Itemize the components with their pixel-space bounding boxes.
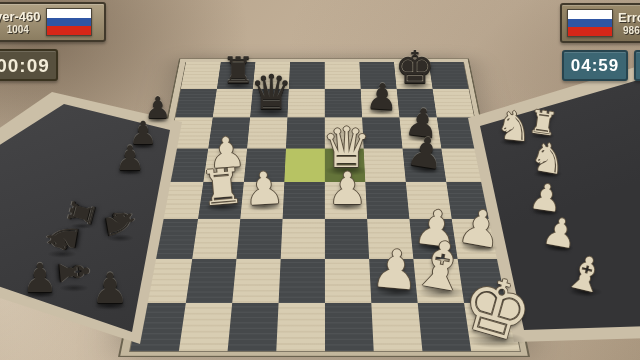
player-panel-white: yer-460 1004	[0, 2, 106, 42]
captured-black-pawn[interactable]: ♟	[113, 141, 147, 175]
player-panel-black: Erro 986	[560, 3, 640, 43]
russia-flag-icon	[46, 8, 92, 36]
piece-black-pawn-g5[interactable]: ♟	[402, 130, 449, 177]
white-player-name: yer-460	[0, 9, 41, 24]
piece-white-pawn-e4[interactable]: ♟	[325, 167, 369, 211]
white-player-rating: 1004	[7, 24, 29, 35]
piece-black-queen-c7[interactable]: ♛	[247, 68, 295, 116]
black-player-rating: 986	[623, 25, 640, 36]
black-clock: 04:59	[562, 50, 628, 81]
white-clock: 00:09	[0, 49, 58, 81]
captured-black-pawn[interactable]: ♟	[89, 268, 131, 310]
piece-black-pawn-f7[interactable]: ♟	[363, 79, 401, 117]
russia-flag-icon	[567, 9, 613, 37]
captured-black-pawn[interactable]: ♟	[20, 258, 60, 298]
captured-black-knight[interactable]: ♞	[98, 201, 142, 245]
black-move-clock: 0	[634, 50, 640, 81]
black-player-name: Erro	[618, 10, 640, 25]
piece-white-pawn-c4[interactable]: ♟	[241, 166, 288, 213]
captured-white-knight[interactable]: ♞	[492, 104, 536, 148]
captured-white-knight[interactable]: ♞	[525, 135, 571, 181]
